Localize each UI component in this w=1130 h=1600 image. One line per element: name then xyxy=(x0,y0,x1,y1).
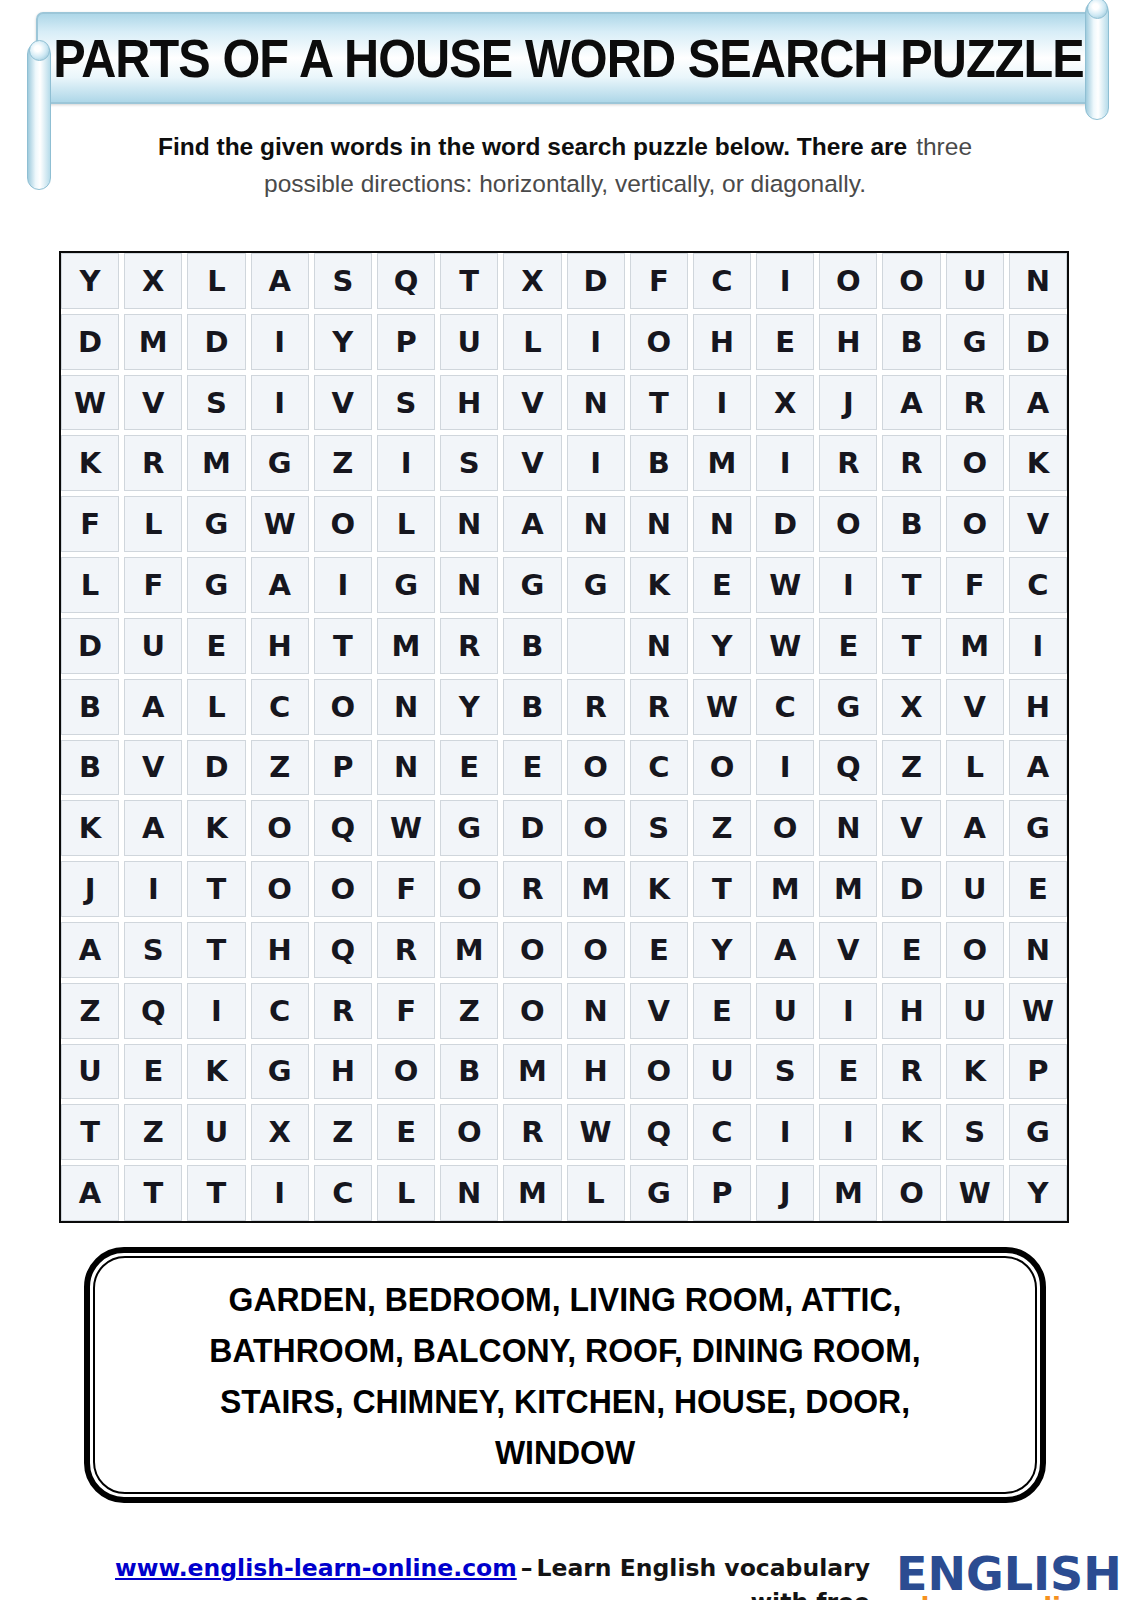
grid-cell[interactable]: R xyxy=(882,1044,940,1100)
grid-cell[interactable]: K xyxy=(630,861,688,917)
grid-cell[interactable]: R xyxy=(567,679,625,735)
grid-cell[interactable]: B xyxy=(503,679,561,735)
grid-cell[interactable]: Y xyxy=(314,314,372,370)
grid-cell[interactable]: M xyxy=(124,314,182,370)
grid-cell[interactable]: E xyxy=(630,922,688,978)
grid-cell[interactable]: E xyxy=(124,1044,182,1100)
grid-cell[interactable]: P xyxy=(1009,1044,1067,1100)
grid-cell[interactable]: V xyxy=(314,375,372,431)
grid-cell[interactable]: C xyxy=(693,253,751,309)
grid-cell[interactable]: H xyxy=(693,314,751,370)
grid-cell[interactable]: Z xyxy=(314,435,372,491)
grid-cell[interactable]: E xyxy=(187,618,245,674)
grid-cell[interactable]: C xyxy=(314,1165,372,1221)
grid-cell[interactable]: S xyxy=(377,375,435,431)
grid-cell[interactable]: V xyxy=(819,922,877,978)
grid-cell[interactable]: B xyxy=(630,435,688,491)
grid-cell[interactable]: K xyxy=(187,800,245,856)
grid-cell[interactable]: M xyxy=(503,1044,561,1100)
grid-cell[interactable]: R xyxy=(314,983,372,1039)
grid-cell[interactable]: H xyxy=(567,1044,625,1100)
grid-cell[interactable]: I xyxy=(251,375,309,431)
word-list-box-inner: GARDEN, BEDROOM, LIVING ROOM, ATTIC, BAT… xyxy=(93,1256,1037,1494)
grid-cell[interactable]: M xyxy=(377,618,435,674)
grid-cell[interactable]: G xyxy=(187,557,245,613)
grid-cell[interactable]: V xyxy=(503,435,561,491)
grid-cell[interactable]: D xyxy=(503,800,561,856)
grid-cell[interactable]: G xyxy=(377,557,435,613)
grid-cell[interactable]: U xyxy=(187,1104,245,1160)
grid-cell[interactable]: O xyxy=(251,861,309,917)
grid-cell[interactable]: C xyxy=(756,679,814,735)
grid-cell[interactable]: R xyxy=(882,435,940,491)
grid-cell[interactable]: K xyxy=(61,800,119,856)
grid-cell[interactable]: Y xyxy=(693,922,751,978)
grid-cell[interactable]: N xyxy=(630,496,688,552)
grid-cell[interactable]: H xyxy=(251,922,309,978)
grid-cell[interactable]: W xyxy=(946,1165,1004,1221)
grid-cell[interactable]: L xyxy=(377,1165,435,1221)
grid-cell[interactable]: P xyxy=(314,740,372,796)
grid-cell[interactable]: A xyxy=(756,922,814,978)
grid-cell[interactable]: H xyxy=(314,1044,372,1100)
instructions: Find the given words in the word search … xyxy=(0,128,1130,202)
grid-cell[interactable]: O xyxy=(314,679,372,735)
grid-cell[interactable]: Q xyxy=(124,983,182,1039)
grid-cell[interactable]: W xyxy=(61,375,119,431)
grid-cell[interactable]: A xyxy=(61,922,119,978)
grid-cell[interactable]: G xyxy=(567,557,625,613)
grid-cell[interactable]: V xyxy=(1009,496,1067,552)
grid-cell[interactable]: E xyxy=(693,983,751,1039)
grid-cell[interactable]: M xyxy=(819,1165,877,1221)
grid-cell[interactable]: U xyxy=(946,861,1004,917)
grid-cell[interactable]: G xyxy=(819,679,877,735)
grid-cell[interactable]: C xyxy=(693,1104,751,1160)
word-search-grid: YXLASQTXDFCIOOUNDMDIYPULIOHEHBGDWVSIVSHV… xyxy=(59,251,1069,1223)
grid-cell[interactable]: B xyxy=(503,618,561,674)
grid-cell[interactable]: A xyxy=(1009,740,1067,796)
grid-cell[interactable]: A xyxy=(946,800,1004,856)
grid-cell[interactable]: I xyxy=(819,557,877,613)
grid-cell[interactable]: I xyxy=(377,435,435,491)
grid-cell[interactable]: T xyxy=(314,618,372,674)
grid-cell[interactable]: U xyxy=(946,983,1004,1039)
grid-cell[interactable]: D xyxy=(61,314,119,370)
grid-cell[interactable]: O xyxy=(882,1165,940,1221)
grid-cell[interactable]: L xyxy=(187,253,245,309)
grid-cell[interactable]: O xyxy=(946,496,1004,552)
grid-cell[interactable]: O xyxy=(819,253,877,309)
grid-cell[interactable]: N xyxy=(1009,922,1067,978)
grid-cell[interactable]: E xyxy=(819,1044,877,1100)
grid-cell[interactable]: Y xyxy=(693,618,751,674)
grid-cell[interactable]: U xyxy=(440,314,498,370)
scroll-curl-left-icon xyxy=(27,42,51,190)
grid-cell[interactable]: I xyxy=(567,435,625,491)
grid-cell[interactable]: R xyxy=(124,435,182,491)
grid-cell[interactable]: G xyxy=(1009,1104,1067,1160)
website-link[interactable]: www.english-learn-online.com xyxy=(115,1554,517,1582)
grid-cell[interactable]: E xyxy=(693,557,751,613)
grid-cell[interactable]: R xyxy=(440,618,498,674)
grid-cell[interactable]: I xyxy=(251,1165,309,1221)
grid-cell[interactable]: S xyxy=(187,375,245,431)
grid-cell[interactable]: U xyxy=(61,1044,119,1100)
grid-cell[interactable]: A xyxy=(503,496,561,552)
grid-cell[interactable]: W xyxy=(756,557,814,613)
footer-tagline-line1: Learn English vocabulary with free xyxy=(536,1554,870,1600)
grid-cell[interactable]: E xyxy=(440,740,498,796)
scroll-curl-right-icon xyxy=(1085,0,1109,120)
grid-cell[interactable]: L xyxy=(124,496,182,552)
grid-cell[interactable]: Q xyxy=(819,740,877,796)
grid-cell[interactable]: I xyxy=(251,314,309,370)
grid-cell[interactable]: V xyxy=(503,375,561,431)
grid-cell[interactable]: M xyxy=(567,861,625,917)
word-list-box: GARDEN, BEDROOM, LIVING ROOM, ATTIC, BAT… xyxy=(84,1247,1046,1503)
footer-dash: – xyxy=(521,1554,533,1582)
grid-cell[interactable]: I xyxy=(756,435,814,491)
grid-cell[interactable]: S xyxy=(314,253,372,309)
grid-cell[interactable]: A xyxy=(251,557,309,613)
grid-cell[interactable]: X xyxy=(251,1104,309,1160)
grid-cell[interactable]: F xyxy=(377,861,435,917)
grid-cell[interactable]: F xyxy=(630,253,688,309)
grid-cell[interactable]: H xyxy=(251,618,309,674)
grid-cell[interactable]: B xyxy=(440,1044,498,1100)
grid-cell[interactable]: F xyxy=(61,496,119,552)
grid-cell[interactable]: D xyxy=(1009,314,1067,370)
grid-cell[interactable]: T xyxy=(187,861,245,917)
grid-cell[interactable]: Z xyxy=(693,800,751,856)
grid-cell[interactable]: C xyxy=(251,983,309,1039)
grid-cell[interactable]: O xyxy=(882,253,940,309)
grid-cell[interactable]: I xyxy=(187,983,245,1039)
grid-cell[interactable]: O xyxy=(440,1104,498,1160)
grid-cell[interactable]: Z xyxy=(440,983,498,1039)
grid-cell[interactable]: M xyxy=(187,435,245,491)
grid-cell[interactable]: H xyxy=(440,375,498,431)
grid-cell[interactable]: R xyxy=(630,679,688,735)
grid-cell[interactable]: T xyxy=(61,1104,119,1160)
grid-cell[interactable]: V xyxy=(882,800,940,856)
grid-cell[interactable]: D xyxy=(61,618,119,674)
grid-cell[interactable]: V xyxy=(124,740,182,796)
grid-cell[interactable]: N xyxy=(377,679,435,735)
grid-cell[interactable]: X xyxy=(882,679,940,735)
grid-cell[interactable]: Y xyxy=(440,679,498,735)
grid-cell[interactable]: O xyxy=(946,922,1004,978)
grid-cell[interactable]: B xyxy=(882,496,940,552)
grid-cell[interactable]: N xyxy=(1009,253,1067,309)
grid-cell[interactable]: O xyxy=(946,435,1004,491)
grid-cell[interactable]: O xyxy=(630,1044,688,1100)
grid-cell[interactable]: I xyxy=(693,375,751,431)
grid-cell[interactable]: U xyxy=(124,618,182,674)
grid-cell[interactable]: U xyxy=(756,983,814,1039)
grid-cell[interactable]: P xyxy=(377,314,435,370)
grid-cell[interactable]: N xyxy=(567,375,625,431)
instructions-highlight-word: three xyxy=(916,133,972,160)
grid-cell[interactable]: R xyxy=(503,1104,561,1160)
grid-cell[interactable]: L xyxy=(503,314,561,370)
grid-cell[interactable]: D xyxy=(187,314,245,370)
grid-cell[interactable]: R xyxy=(819,435,877,491)
worksheet-page: PARTS OF A HOUSE WORD SEARCH PUZZLE Find… xyxy=(0,12,1130,1600)
grid-cell[interactable]: R xyxy=(503,861,561,917)
grid-cell[interactable] xyxy=(567,618,625,674)
grid-cell[interactable]: D xyxy=(882,861,940,917)
grid-cell[interactable]: A xyxy=(1009,375,1067,431)
footer-text: www.english-learn-online.com–Learn Engli… xyxy=(98,1551,870,1600)
grid-cell[interactable]: A xyxy=(251,253,309,309)
grid-cell[interactable]: R xyxy=(946,375,1004,431)
grid-cell[interactable]: L xyxy=(377,496,435,552)
grid-cell[interactable]: R xyxy=(377,922,435,978)
grid-cell[interactable]: G xyxy=(630,1165,688,1221)
grid-cell[interactable]: S xyxy=(124,922,182,978)
grid-cell[interactable]: N xyxy=(440,1165,498,1221)
grid-cell[interactable]: O xyxy=(251,800,309,856)
grid-cell[interactable]: T xyxy=(882,618,940,674)
grid-cell[interactable]: F xyxy=(124,557,182,613)
grid-cell[interactable]: O xyxy=(756,800,814,856)
grid-cell[interactable]: K xyxy=(630,557,688,613)
grid-cell[interactable]: O xyxy=(567,800,625,856)
grid-cell[interactable]: L xyxy=(567,1165,625,1221)
grid-cell[interactable]: E xyxy=(819,618,877,674)
grid-cell[interactable]: N xyxy=(630,618,688,674)
logo-learn-online-text: learn-online xyxy=(896,1594,1122,1600)
grid-cell[interactable]: Q xyxy=(377,253,435,309)
grid-cell[interactable]: O xyxy=(314,861,372,917)
grid-cell[interactable]: S xyxy=(756,1044,814,1100)
grid-cell[interactable]: O xyxy=(377,1044,435,1100)
grid-cell[interactable]: T xyxy=(693,861,751,917)
grid-cell[interactable]: V xyxy=(946,679,1004,735)
grid-cell[interactable]: Q xyxy=(314,922,372,978)
grid-cell[interactable]: Q xyxy=(630,1104,688,1160)
grid-cell[interactable]: M xyxy=(946,618,1004,674)
grid-cell[interactable]: X xyxy=(503,253,561,309)
grid-cell[interactable]: H xyxy=(1009,679,1067,735)
grid-cell[interactable]: O xyxy=(567,922,625,978)
grid-cell[interactable]: N xyxy=(440,557,498,613)
grid-cell[interactable]: T xyxy=(630,375,688,431)
grid-cell[interactable]: G xyxy=(187,496,245,552)
grid-cell[interactable]: Y xyxy=(1009,1165,1067,1221)
grid-cell[interactable]: Z xyxy=(251,740,309,796)
grid-cell[interactable]: L xyxy=(61,557,119,613)
grid-cell[interactable]: C xyxy=(251,679,309,735)
grid-cell[interactable]: O xyxy=(819,496,877,552)
grid-cell[interactable]: J xyxy=(819,375,877,431)
word-list-line-3: STAIRS, CHIMNEY, KITCHEN, HOUSE, DOOR, xyxy=(133,1376,998,1427)
grid-cell[interactable]: T xyxy=(440,253,498,309)
grid-cell[interactable]: N xyxy=(377,740,435,796)
grid-cell[interactable]: E xyxy=(756,314,814,370)
grid-cell[interactable]: X xyxy=(124,253,182,309)
grid-cell[interactable]: S xyxy=(630,800,688,856)
grid-cell[interactable]: D xyxy=(187,740,245,796)
title-banner: PARTS OF A HOUSE WORD SEARCH PUZZLE xyxy=(36,12,1100,104)
grid-cell[interactable]: M xyxy=(756,861,814,917)
grid-cell[interactable]: G xyxy=(251,435,309,491)
grid-cell[interactable]: O xyxy=(314,496,372,552)
grid-cell[interactable]: K xyxy=(882,1104,940,1160)
grid-cell[interactable]: V xyxy=(124,375,182,431)
grid-cell[interactable]: K xyxy=(187,1044,245,1100)
grid-cell[interactable]: O xyxy=(630,314,688,370)
grid-cell[interactable]: Z xyxy=(314,1104,372,1160)
grid-cell[interactable]: A xyxy=(124,800,182,856)
grid-cell[interactable]: B xyxy=(882,314,940,370)
grid-cell[interactable]: Z xyxy=(882,740,940,796)
grid-cell[interactable]: Z xyxy=(124,1104,182,1160)
grid-cell[interactable]: I xyxy=(756,1104,814,1160)
grid-cell[interactable]: F xyxy=(946,557,1004,613)
logo-english-text: ENGLISH xyxy=(896,1551,1122,1597)
grid-cell[interactable]: M xyxy=(503,1165,561,1221)
grid-cell[interactable]: U xyxy=(946,253,1004,309)
grid-cell[interactable]: T xyxy=(187,922,245,978)
grid-cell[interactable]: I xyxy=(756,253,814,309)
grid-cell[interactable]: G xyxy=(946,314,1004,370)
instructions-bold-text: Find the given words in the word search … xyxy=(158,133,907,160)
grid-cell[interactable]: M xyxy=(819,861,877,917)
grid-cell[interactable]: A xyxy=(124,679,182,735)
grid-cell[interactable]: V xyxy=(630,983,688,1039)
grid-cell[interactable]: C xyxy=(1009,557,1067,613)
grid-cell[interactable]: T xyxy=(187,1165,245,1221)
grid-cell[interactable]: I xyxy=(1009,618,1067,674)
grid-cell[interactable]: N xyxy=(819,800,877,856)
grid-cell[interactable]: G xyxy=(251,1044,309,1100)
grid-cell[interactable]: W xyxy=(377,800,435,856)
grid-cell[interactable]: G xyxy=(503,557,561,613)
grid-cell[interactable]: K xyxy=(61,435,119,491)
grid-cell[interactable]: W xyxy=(567,1104,625,1160)
grid-cell[interactable]: O xyxy=(567,740,625,796)
grid-cell[interactable]: T xyxy=(124,1165,182,1221)
grid-cell[interactable]: H xyxy=(819,314,877,370)
word-list-line-1: GARDEN, BEDROOM, LIVING ROOM, ATTIC, xyxy=(133,1274,998,1325)
grid-cell[interactable]: W xyxy=(756,618,814,674)
grid-cell[interactable]: J xyxy=(61,861,119,917)
grid-cell[interactable]: C xyxy=(630,740,688,796)
grid-cell[interactable]: K xyxy=(1009,435,1067,491)
grid-cell[interactable]: D xyxy=(567,253,625,309)
grid-cell[interactable]: X xyxy=(756,375,814,431)
footer: www.english-learn-online.com–Learn Engli… xyxy=(0,1551,1130,1600)
grid-cell[interactable]: O xyxy=(503,983,561,1039)
grid-cell[interactable]: B xyxy=(61,740,119,796)
grid-cell[interactable]: N xyxy=(567,983,625,1039)
grid-cell[interactable]: L xyxy=(946,740,1004,796)
grid-cell[interactable]: O xyxy=(440,861,498,917)
grid-cell[interactable]: P xyxy=(693,1165,751,1221)
grid-cell[interactable]: I xyxy=(756,740,814,796)
grid-cell[interactable]: A xyxy=(61,1165,119,1221)
grid-cell[interactable]: H xyxy=(882,983,940,1039)
grid-cell[interactable]: G xyxy=(440,800,498,856)
grid-cell[interactable]: I xyxy=(567,314,625,370)
grid-cell[interactable]: M xyxy=(440,922,498,978)
grid-cell[interactable]: I xyxy=(314,557,372,613)
grid-cell[interactable]: N xyxy=(693,496,751,552)
word-list-line-4: WINDOW xyxy=(133,1427,998,1478)
grid-cell[interactable]: O xyxy=(503,922,561,978)
grid-cell[interactable]: M xyxy=(693,435,751,491)
grid-cell[interactable]: J xyxy=(756,1165,814,1221)
word-list-line-2: BATHROOM, BALCONY, ROOF, DINING ROOM, xyxy=(133,1325,998,1376)
grid-cell[interactable]: Q xyxy=(314,800,372,856)
page-title: PARTS OF A HOUSE WORD SEARCH PUZZLE xyxy=(53,27,1084,89)
grid-cell[interactable]: E xyxy=(377,1104,435,1160)
grid-cell[interactable]: K xyxy=(946,1044,1004,1100)
grid-cell[interactable]: L xyxy=(187,679,245,735)
grid-cell[interactable]: Z xyxy=(61,983,119,1039)
grid-cell[interactable]: W xyxy=(693,679,751,735)
grid-cell[interactable]: E xyxy=(882,922,940,978)
grid-cell[interactable]: G xyxy=(1009,800,1067,856)
grid-cell[interactable]: N xyxy=(440,496,498,552)
grid-cell[interactable]: W xyxy=(1009,983,1067,1039)
grid-cell[interactable]: D xyxy=(756,496,814,552)
grid-cell[interactable]: I xyxy=(819,1104,877,1160)
instructions-line2: possible directions: horizontally, verti… xyxy=(264,170,866,197)
grid-cell[interactable]: E xyxy=(503,740,561,796)
grid-cell[interactable]: I xyxy=(124,861,182,917)
site-logo: ENGLISH learn-online xyxy=(896,1551,1122,1600)
grid-cell[interactable]: I xyxy=(819,983,877,1039)
grid-cell[interactable]: A xyxy=(882,375,940,431)
grid-cell[interactable]: S xyxy=(946,1104,1004,1160)
grid-cell[interactable]: Y xyxy=(61,253,119,309)
grid-cell[interactable]: N xyxy=(567,496,625,552)
grid-cell[interactable]: U xyxy=(693,1044,751,1100)
grid-cell[interactable]: F xyxy=(377,983,435,1039)
grid-cell[interactable]: O xyxy=(693,740,751,796)
grid-cell[interactable]: E xyxy=(1009,861,1067,917)
grid-cell[interactable]: S xyxy=(440,435,498,491)
grid-cell[interactable]: T xyxy=(882,557,940,613)
grid-cell[interactable]: B xyxy=(61,679,119,735)
grid-cell[interactable]: W xyxy=(251,496,309,552)
